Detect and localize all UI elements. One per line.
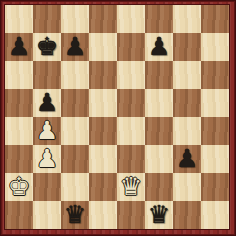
- piece-black-pawn[interactable]: ♟: [64, 33, 86, 61]
- square-b7[interactable]: ♚: [33, 33, 61, 61]
- square-f5[interactable]: [145, 89, 173, 117]
- piece-black-pawn[interactable]: ♟: [8, 33, 30, 61]
- square-a4[interactable]: [5, 117, 33, 145]
- square-h7[interactable]: [201, 33, 229, 61]
- square-g7[interactable]: [173, 33, 201, 61]
- square-b4[interactable]: ♟: [33, 117, 61, 145]
- square-d3[interactable]: [89, 145, 117, 173]
- square-d4[interactable]: [89, 117, 117, 145]
- square-f4[interactable]: [145, 117, 173, 145]
- square-b5[interactable]: ♟: [33, 89, 61, 117]
- piece-black-pawn[interactable]: ♟: [176, 145, 198, 173]
- square-h4[interactable]: [201, 117, 229, 145]
- square-c6[interactable]: [61, 61, 89, 89]
- square-b1[interactable]: [33, 201, 61, 229]
- square-b2[interactable]: [33, 173, 61, 201]
- piece-black-pawn[interactable]: ♟: [148, 33, 170, 61]
- piece-white-pawn[interactable]: ♟: [36, 117, 58, 145]
- square-b3[interactable]: ♟: [33, 145, 61, 173]
- square-d2[interactable]: [89, 173, 117, 201]
- square-a2[interactable]: ♚: [5, 173, 33, 201]
- square-e3[interactable]: [117, 145, 145, 173]
- chess-board-frame: ♟♚♟♟♟♟♟♟♚♛♛♛: [0, 0, 236, 236]
- square-h2[interactable]: [201, 173, 229, 201]
- square-h1[interactable]: [201, 201, 229, 229]
- square-a1[interactable]: [5, 201, 33, 229]
- square-d8[interactable]: [89, 5, 117, 33]
- square-a3[interactable]: [5, 145, 33, 173]
- square-g1[interactable]: [173, 201, 201, 229]
- square-c3[interactable]: [61, 145, 89, 173]
- square-d5[interactable]: [89, 89, 117, 117]
- square-d7[interactable]: [89, 33, 117, 61]
- square-g5[interactable]: [173, 89, 201, 117]
- square-g3[interactable]: ♟: [173, 145, 201, 173]
- square-e4[interactable]: [117, 117, 145, 145]
- piece-white-queen[interactable]: ♛: [120, 173, 142, 201]
- square-h8[interactable]: [201, 5, 229, 33]
- square-e2[interactable]: ♛: [117, 173, 145, 201]
- square-h3[interactable]: [201, 145, 229, 173]
- square-h5[interactable]: [201, 89, 229, 117]
- square-b8[interactable]: [33, 5, 61, 33]
- square-e1[interactable]: [117, 201, 145, 229]
- square-a7[interactable]: ♟: [5, 33, 33, 61]
- square-f3[interactable]: [145, 145, 173, 173]
- square-e5[interactable]: [117, 89, 145, 117]
- square-a5[interactable]: [5, 89, 33, 117]
- square-e6[interactable]: [117, 61, 145, 89]
- piece-white-pawn[interactable]: ♟: [36, 145, 58, 173]
- piece-black-king[interactable]: ♚: [36, 33, 58, 61]
- square-d6[interactable]: [89, 61, 117, 89]
- square-c2[interactable]: [61, 173, 89, 201]
- square-f7[interactable]: ♟: [145, 33, 173, 61]
- square-a8[interactable]: [5, 5, 33, 33]
- square-f6[interactable]: [145, 61, 173, 89]
- square-d1[interactable]: [89, 201, 117, 229]
- piece-black-pawn[interactable]: ♟: [36, 89, 58, 117]
- square-c8[interactable]: [61, 5, 89, 33]
- piece-black-queen[interactable]: ♛: [64, 201, 86, 229]
- square-c7[interactable]: ♟: [61, 33, 89, 61]
- square-c4[interactable]: [61, 117, 89, 145]
- square-c5[interactable]: [61, 89, 89, 117]
- square-a6[interactable]: [5, 61, 33, 89]
- square-f8[interactable]: [145, 5, 173, 33]
- square-b6[interactable]: [33, 61, 61, 89]
- piece-black-queen[interactable]: ♛: [148, 201, 170, 229]
- square-g8[interactable]: [173, 5, 201, 33]
- square-f1[interactable]: ♛: [145, 201, 173, 229]
- chess-board: ♟♚♟♟♟♟♟♟♚♛♛♛: [4, 4, 230, 230]
- square-e8[interactable]: [117, 5, 145, 33]
- square-h6[interactable]: [201, 61, 229, 89]
- square-e7[interactable]: [117, 33, 145, 61]
- square-g6[interactable]: [173, 61, 201, 89]
- square-c1[interactable]: ♛: [61, 201, 89, 229]
- piece-white-king[interactable]: ♚: [8, 173, 30, 201]
- square-f2[interactable]: [145, 173, 173, 201]
- square-g2[interactable]: [173, 173, 201, 201]
- square-g4[interactable]: [173, 117, 201, 145]
